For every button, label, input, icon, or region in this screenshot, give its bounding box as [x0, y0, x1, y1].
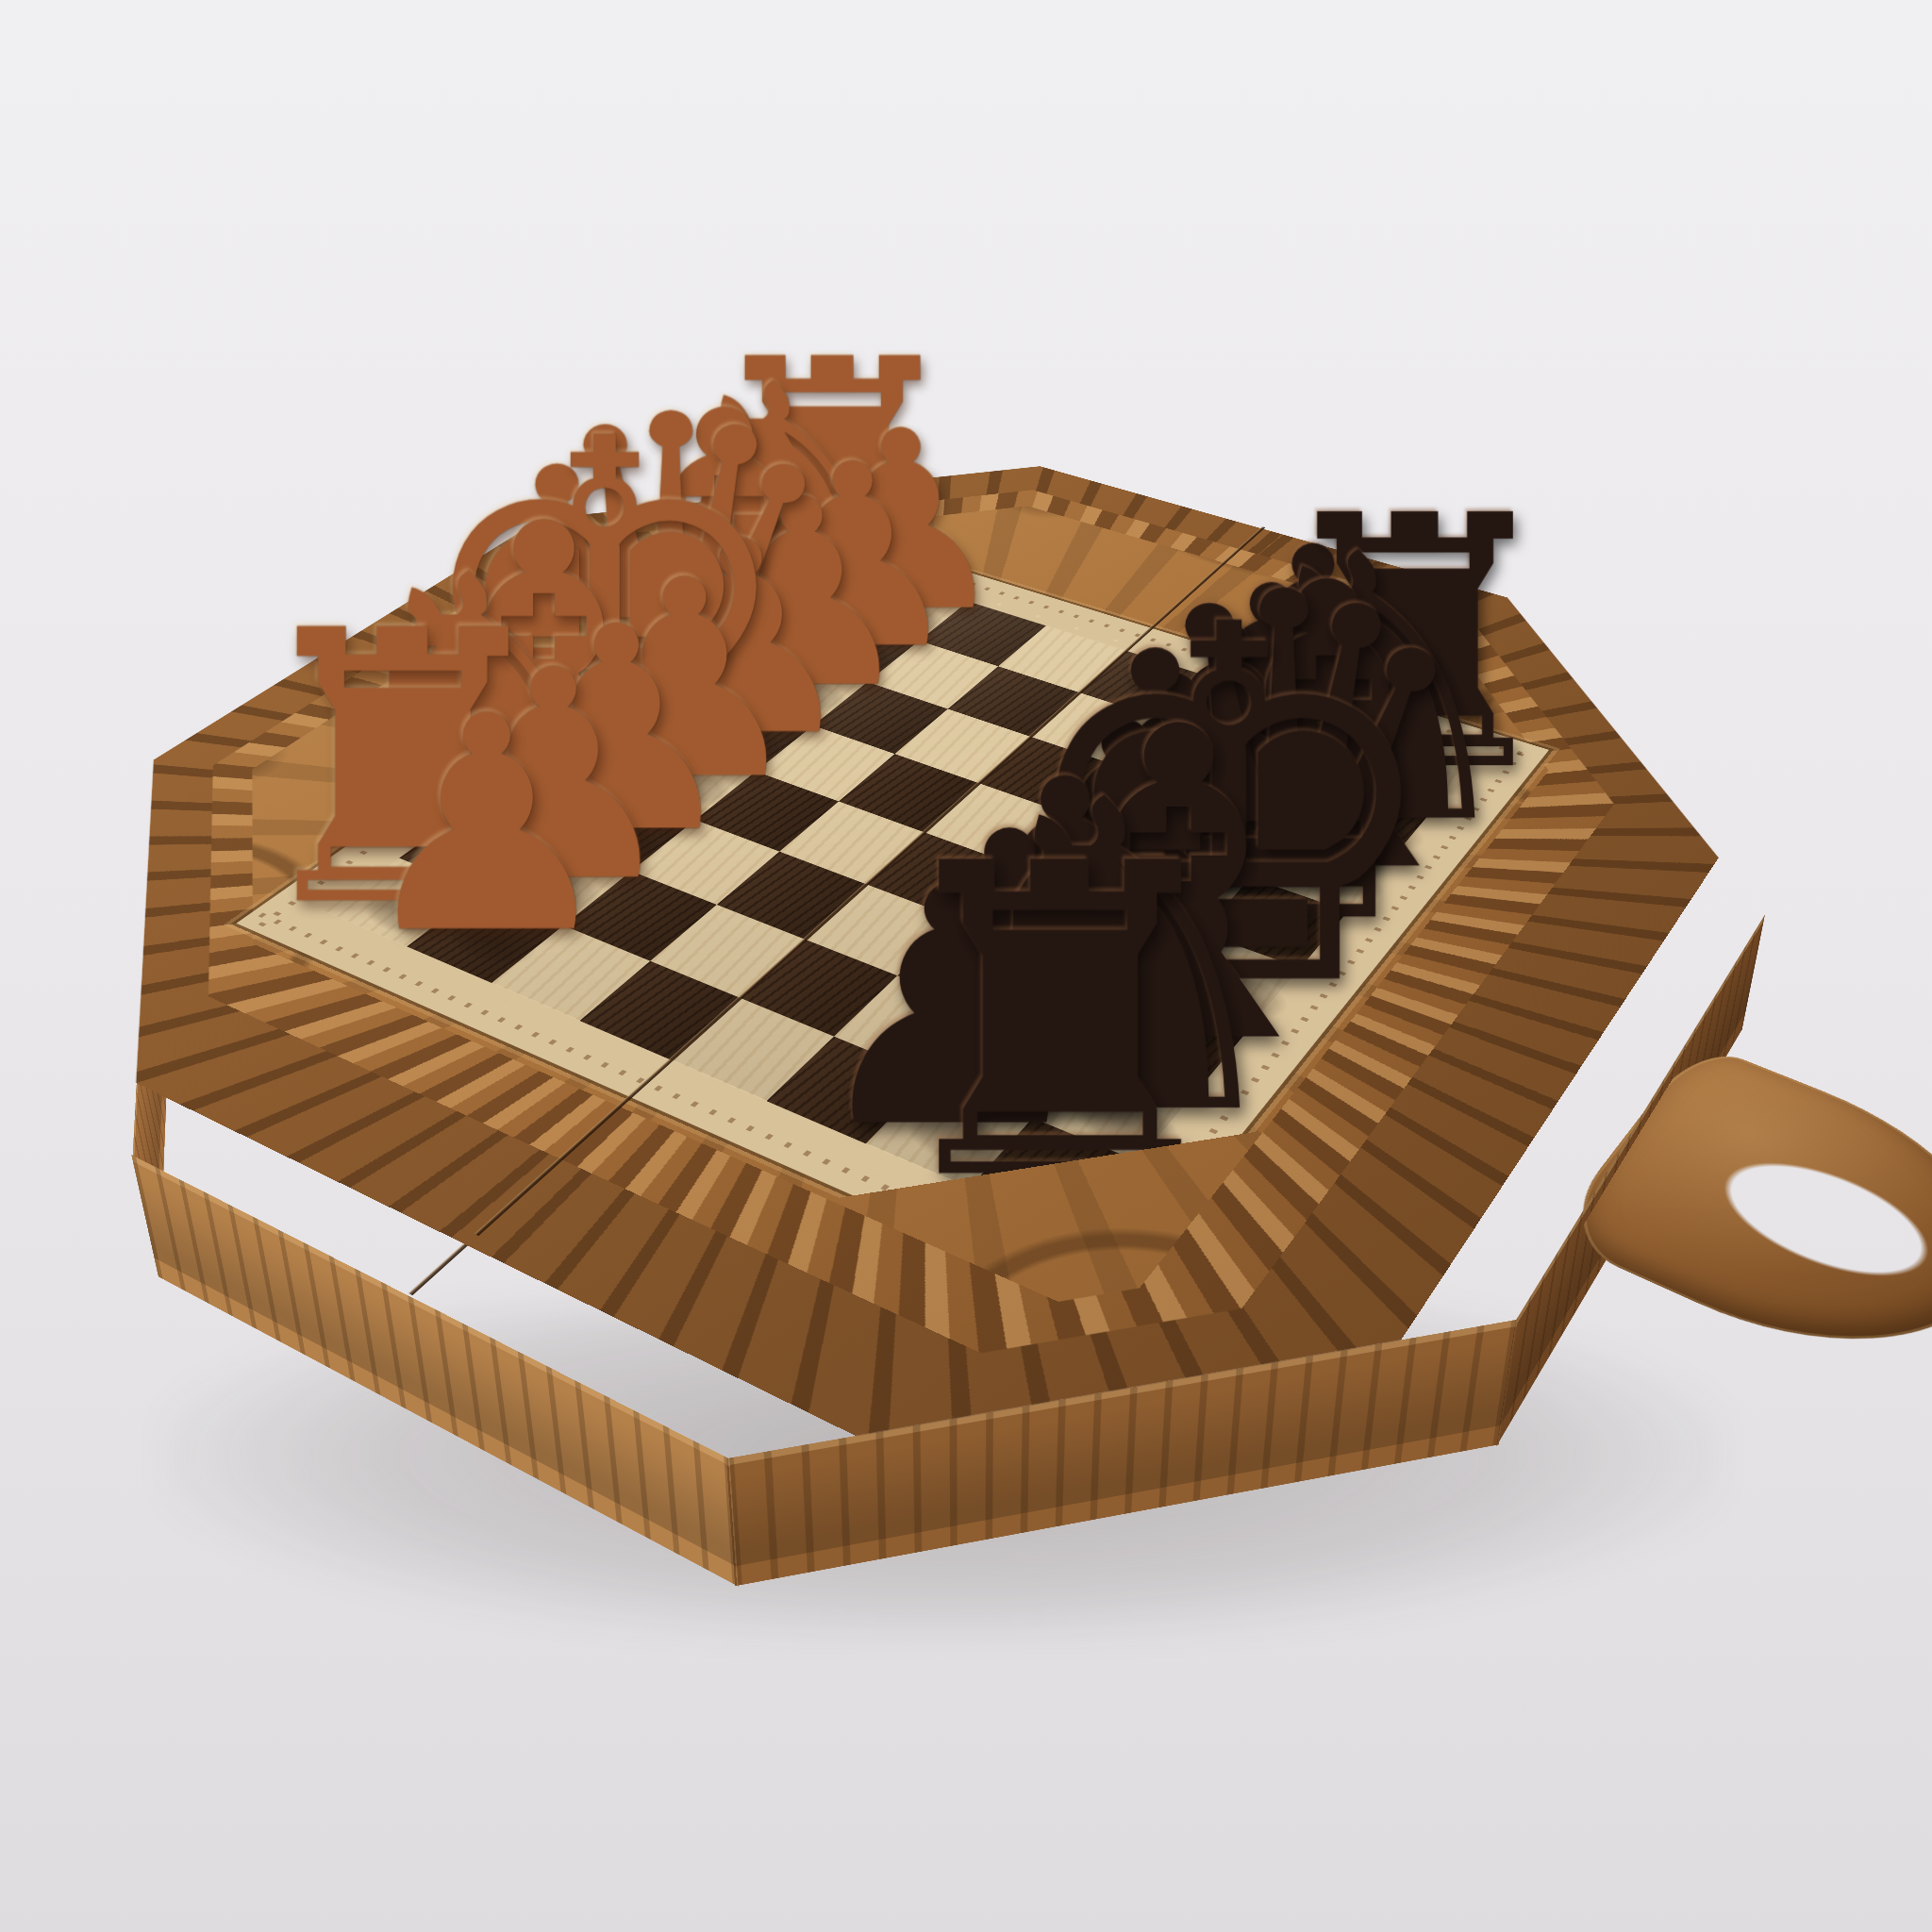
black-rook-glyph: ♜ [867, 808, 1253, 1239]
octagonal-tray: ♜♟♞♟♝♟♛♟♟♚♜♟♟♝♞♟♟♞♝♟♟♜♛♟♟♚♟♝♟♞♟♜ [0, 345, 1932, 1910]
scene: ♜♟♞♟♝♟♛♟♟♚♜♟♟♝♞♟♟♞♝♟♟♜♛♟♟♚♟♝♟♞♟♜ [0, 0, 1932, 1932]
white-pawn-glyph: ♟ [354, 677, 620, 974]
